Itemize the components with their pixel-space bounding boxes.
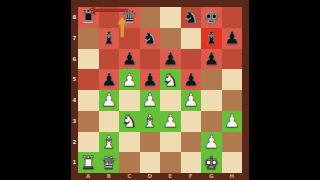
rank-label-7: 7 [71,28,78,49]
square-h7[interactable]: ♟ [222,28,243,49]
square-a6[interactable] [78,49,99,70]
black-rook[interactable]: ♜ [80,8,96,26]
square-g3[interactable] [201,111,222,132]
square-h8[interactable] [222,7,243,28]
square-f6[interactable] [181,49,202,70]
square-e4[interactable] [160,90,181,111]
square-f5[interactable]: ♟ [181,69,202,90]
square-c5[interactable]: ♟ [119,69,140,90]
square-e8[interactable] [160,7,181,28]
rank-label-6: 6 [71,49,78,70]
rank-label-2: 2 [71,132,78,153]
square-a1[interactable]: ♜ [78,152,99,173]
square-h6[interactable] [222,49,243,70]
square-e3[interactable]: ♟ [160,111,181,132]
file-label-g: G [201,173,222,180]
square-b1[interactable]: ♛ [99,152,120,173]
square-b8[interactable] [99,7,120,28]
rank-label-1: 1 [71,152,78,173]
square-g5[interactable] [201,69,222,90]
black-queen[interactable]: ♛ [121,8,137,26]
black-pawn[interactable]: ♟ [162,50,178,68]
file-label-d: D [140,173,161,180]
square-a7[interactable] [78,28,99,49]
square-e5[interactable]: ♞ [160,69,181,90]
square-g4[interactable] [201,90,222,111]
white-pawn[interactable]: ♟ [224,112,240,130]
square-d7[interactable]: ♞ [140,28,161,49]
square-c2[interactable] [119,132,140,153]
white-bishop[interactable]: ♝ [101,133,117,151]
white-queen[interactable]: ♛ [101,154,117,172]
file-label-f: F [181,173,202,180]
square-d2[interactable] [140,132,161,153]
square-d4[interactable]: ♟ [140,90,161,111]
rank-label-3: 3 [71,111,78,132]
square-e2[interactable] [160,132,181,153]
square-g6[interactable]: ♟ [201,49,222,70]
black-pawn[interactable]: ♟ [142,71,158,89]
square-e6[interactable]: ♟ [160,49,181,70]
square-c7[interactable] [119,28,140,49]
black-knight[interactable]: ♞ [142,29,158,47]
black-bishop[interactable]: ♝ [101,29,117,47]
rank-label-8: 8 [71,7,78,28]
white-bishop[interactable]: ♝ [142,112,158,130]
square-a4[interactable] [78,90,99,111]
screen-background: 87654321 ABCDEFGH ♜♛♞♚♝♞♝♟♟♟♟♟♟♟♞♟♟♟♟♞♝♟… [0,0,320,180]
square-f4[interactable]: ♟ [181,90,202,111]
square-f2[interactable] [181,132,202,153]
square-f1[interactable] [181,152,202,173]
square-d3[interactable]: ♝ [140,111,161,132]
square-g1[interactable]: ♚ [201,152,222,173]
square-b6[interactable] [99,49,120,70]
white-pawn[interactable]: ♟ [183,91,199,109]
square-a5[interactable] [78,69,99,90]
rank-label-4: 4 [71,90,78,111]
square-a8[interactable]: ♜ [78,7,99,28]
square-c4[interactable] [119,90,140,111]
board-grid: ♜♛♞♚♝♞♝♟♟♟♟♟♟♟♞♟♟♟♟♞♝♟♟♝♟♜♛♚ [78,7,242,173]
file-label-b: B [99,173,120,180]
square-b4[interactable]: ♟ [99,90,120,111]
chess-board: 87654321 ABCDEFGH ♜♛♞♚♝♞♝♟♟♟♟♟♟♟♞♟♟♟♟♞♝♟… [71,0,249,180]
file-coordinates: ABCDEFGH [78,173,242,180]
white-king[interactable]: ♚ [203,154,219,172]
square-g8[interactable]: ♚ [201,7,222,28]
white-rook[interactable]: ♜ [80,154,96,172]
black-pawn[interactable]: ♟ [101,71,117,89]
square-e1[interactable] [160,152,181,173]
black-pawn[interactable]: ♟ [121,50,137,68]
square-a2[interactable] [78,132,99,153]
square-c8[interactable]: ♛ [119,7,140,28]
file-label-a: A [78,173,99,180]
square-g7[interactable]: ♝ [201,28,222,49]
square-a3[interactable] [78,111,99,132]
square-h3[interactable]: ♟ [222,111,243,132]
black-pawn[interactable]: ♟ [183,71,199,89]
square-c6[interactable]: ♟ [119,49,140,70]
square-c1[interactable] [119,152,140,173]
black-king[interactable]: ♚ [203,8,219,26]
square-d5[interactable]: ♟ [140,69,161,90]
square-b2[interactable]: ♝ [99,132,120,153]
square-f8[interactable]: ♞ [181,7,202,28]
square-h4[interactable] [222,90,243,111]
square-f7[interactable] [181,28,202,49]
rank-coordinates: 87654321 [71,7,78,173]
square-b5[interactable]: ♟ [99,69,120,90]
white-pawn[interactable]: ♟ [142,91,158,109]
black-knight[interactable]: ♞ [183,8,199,26]
white-pawn[interactable]: ♟ [121,71,137,89]
black-pawn[interactable]: ♟ [224,29,240,47]
white-knight[interactable]: ♞ [162,71,178,89]
square-h1[interactable] [222,152,243,173]
white-pawn[interactable]: ♟ [101,91,117,109]
rank-label-5: 5 [71,69,78,90]
square-e7[interactable] [160,28,181,49]
white-knight[interactable]: ♞ [121,112,137,130]
square-d1[interactable] [140,152,161,173]
square-h2[interactable] [222,132,243,153]
square-b7[interactable]: ♝ [99,28,120,49]
white-pawn[interactable]: ♟ [162,112,178,130]
black-pawn[interactable]: ♟ [203,50,219,68]
white-pawn[interactable]: ♟ [203,133,219,151]
square-f3[interactable] [181,111,202,132]
square-g2[interactable]: ♟ [201,132,222,153]
square-h5[interactable] [222,69,243,90]
file-label-e: E [160,173,181,180]
square-b3[interactable] [99,111,120,132]
square-d8[interactable] [140,7,161,28]
file-label-c: C [119,173,140,180]
black-bishop[interactable]: ♝ [203,29,219,47]
square-c3[interactable]: ♞ [119,111,140,132]
square-d6[interactable] [140,49,161,70]
file-label-h: H [222,173,243,180]
